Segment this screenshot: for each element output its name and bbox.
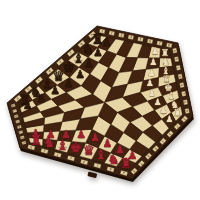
piece-black-queen[interactable]: ♛ <box>52 68 64 84</box>
piece-black-pawn[interactable]: ♟ <box>84 57 94 70</box>
piece-black-king[interactable]: ♚ <box>63 59 75 75</box>
piece-red-king[interactable]: ♚ <box>70 139 82 155</box>
piece-red-rook[interactable]: ♜ <box>30 132 42 148</box>
piece-black-pawn[interactable]: ♟ <box>50 84 60 97</box>
piece-white-pawn[interactable]: ♟ <box>151 46 159 56</box>
piece-black-pawn[interactable]: ♟ <box>102 36 112 49</box>
three-player-chess-board: 12345678abcdefgh12345678abcdefgh12345678… <box>0 0 200 200</box>
piece-black-pawn[interactable]: ♟ <box>23 99 33 112</box>
piece-white-pawn[interactable]: ♟ <box>146 78 154 88</box>
piece-white-pawn[interactable]: ♟ <box>148 68 156 78</box>
piece-red-bishop[interactable]: ♝ <box>57 137 69 153</box>
piece-black-pawn[interactable]: ♟ <box>36 92 46 105</box>
photo-canvas: 12345678abcdefgh12345678abcdefgh12345678… <box>0 0 200 200</box>
piece-white-pawn[interactable]: ♟ <box>149 57 157 67</box>
piece-red-queen[interactable]: ♛ <box>83 142 95 158</box>
piece-black-pawn[interactable]: ♟ <box>93 46 103 59</box>
piece-white-pawn[interactable]: ♟ <box>165 114 173 124</box>
piece-black-pawn[interactable]: ♟ <box>75 68 85 81</box>
hinge-tab <box>87 172 97 179</box>
piece-white-rook[interactable]: ♜ <box>173 107 182 118</box>
piece-red-rook[interactable]: ♜ <box>120 155 132 171</box>
piece-red-knight[interactable]: ♞ <box>107 151 119 167</box>
piece-red-knight[interactable]: ♞ <box>43 134 55 150</box>
piece-black-pawn[interactable]: ♟ <box>64 77 74 90</box>
piece-red-bishop[interactable]: ♝ <box>95 146 107 162</box>
